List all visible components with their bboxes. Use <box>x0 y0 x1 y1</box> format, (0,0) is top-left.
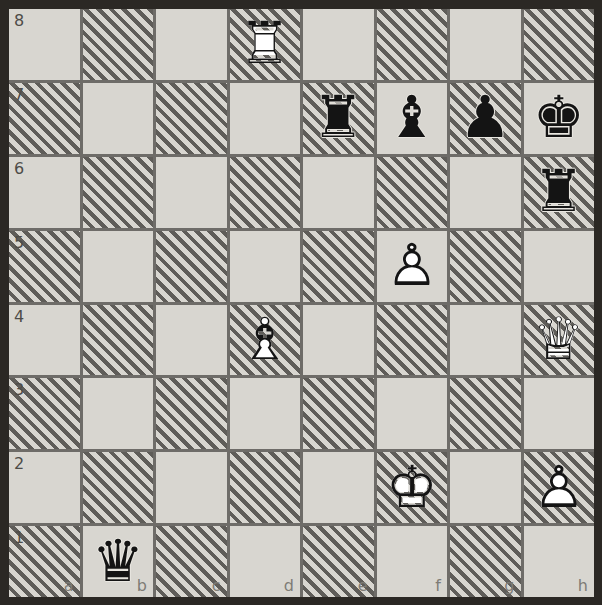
square-b2[interactable] <box>83 452 154 523</box>
square-c6[interactable] <box>156 157 227 228</box>
square-h7[interactable]: ♚ <box>524 83 595 154</box>
square-a7[interactable]: 7 <box>9 83 80 154</box>
piece-outline: ♙ <box>533 458 585 516</box>
square-f7[interactable]: ♝ <box>377 83 448 154</box>
square-h3[interactable] <box>524 378 595 449</box>
square-g4[interactable] <box>450 305 521 376</box>
square-d7[interactable] <box>230 83 301 154</box>
white-rook[interactable]: ♜♖ <box>235 13 295 75</box>
square-e8[interactable] <box>303 9 374 80</box>
square-c4[interactable] <box>156 305 227 376</box>
square-a2[interactable]: 2 <box>9 452 80 523</box>
square-g5[interactable] <box>450 231 521 302</box>
piece-outline: ♔ <box>386 458 438 516</box>
square-f6[interactable] <box>377 157 448 228</box>
piece-outline: ♗ <box>239 310 291 368</box>
square-g7[interactable]: ♟ <box>450 83 521 154</box>
rank-label-4: 4 <box>14 307 24 326</box>
square-g6[interactable] <box>450 157 521 228</box>
square-g3[interactable] <box>450 378 521 449</box>
piece-outline: ♖ <box>239 14 291 72</box>
file-label-g: g <box>504 576 514 595</box>
square-h4[interactable]: ♛♕ <box>524 305 595 376</box>
square-a3[interactable]: 3 <box>9 378 80 449</box>
square-b8[interactable] <box>83 9 154 80</box>
square-d4[interactable]: ♝♗ <box>230 305 301 376</box>
chess-board: 8♜♖7♜♝♟♚6♜5♟♙4♝♗♛♕32♚♔♟♙1ab♛cdefgh <box>9 9 594 597</box>
board-frame: 8♜♖7♜♝♟♚6♜5♟♙4♝♗♛♕32♚♔♟♙1ab♛cdefgh <box>0 0 602 605</box>
file-label-c: c <box>212 576 221 595</box>
square-e6[interactable] <box>303 157 374 228</box>
square-f4[interactable] <box>377 305 448 376</box>
square-h6[interactable]: ♜ <box>524 157 595 228</box>
white-queen[interactable]: ♛♕ <box>529 309 589 371</box>
black-bishop[interactable]: ♝ <box>382 87 442 149</box>
rank-label-2: 2 <box>14 454 24 473</box>
square-a6[interactable]: 6 <box>9 157 80 228</box>
square-a4[interactable]: 4 <box>9 305 80 376</box>
piece-glyph: ♛ <box>92 531 144 589</box>
square-b1[interactable]: b♛ <box>83 526 154 597</box>
white-pawn[interactable]: ♟♙ <box>382 235 442 297</box>
square-c7[interactable] <box>156 83 227 154</box>
file-label-a: a <box>64 576 74 595</box>
black-pawn[interactable]: ♟ <box>455 87 515 149</box>
square-b4[interactable] <box>83 305 154 376</box>
square-h2[interactable]: ♟♙ <box>524 452 595 523</box>
square-d8[interactable]: ♜♖ <box>230 9 301 80</box>
square-a1[interactable]: 1a <box>9 526 80 597</box>
square-a8[interactable]: 8 <box>9 9 80 80</box>
piece-glyph: ♜ <box>312 88 364 146</box>
square-d1[interactable]: d <box>230 526 301 597</box>
black-rook[interactable]: ♜ <box>308 87 368 149</box>
white-pawn[interactable]: ♟♙ <box>529 457 589 519</box>
square-f3[interactable] <box>377 378 448 449</box>
square-c2[interactable] <box>156 452 227 523</box>
square-a5[interactable]: 5 <box>9 231 80 302</box>
square-c1[interactable]: c <box>156 526 227 597</box>
square-c8[interactable] <box>156 9 227 80</box>
square-c3[interactable] <box>156 378 227 449</box>
white-king[interactable]: ♚♔ <box>382 457 442 519</box>
square-g1[interactable]: g <box>450 526 521 597</box>
square-b3[interactable] <box>83 378 154 449</box>
square-f1[interactable]: f <box>377 526 448 597</box>
square-d2[interactable] <box>230 452 301 523</box>
white-bishop[interactable]: ♝♗ <box>235 309 295 371</box>
square-e7[interactable]: ♜ <box>303 83 374 154</box>
piece-outline: ♙ <box>386 236 438 294</box>
square-g8[interactable] <box>450 9 521 80</box>
square-e3[interactable] <box>303 378 374 449</box>
file-label-h: h <box>578 576 588 595</box>
square-e2[interactable] <box>303 452 374 523</box>
rank-label-1: 1 <box>14 528 24 547</box>
file-label-d: d <box>284 576 294 595</box>
rank-label-7: 7 <box>14 85 24 104</box>
rank-label-8: 8 <box>14 11 24 30</box>
square-c5[interactable] <box>156 231 227 302</box>
rank-label-3: 3 <box>14 380 24 399</box>
square-g2[interactable] <box>450 452 521 523</box>
black-queen[interactable]: ♛ <box>88 531 148 593</box>
square-b7[interactable] <box>83 83 154 154</box>
rank-label-5: 5 <box>14 233 24 252</box>
piece-glyph: ♟ <box>459 88 511 146</box>
piece-glyph: ♝ <box>386 88 438 146</box>
square-f8[interactable] <box>377 9 448 80</box>
black-rook[interactable]: ♜ <box>529 161 589 223</box>
black-king[interactable]: ♚ <box>529 87 589 149</box>
piece-outline: ♕ <box>533 310 585 368</box>
square-h1[interactable]: h <box>524 526 595 597</box>
piece-glyph: ♚ <box>533 88 585 146</box>
square-b5[interactable] <box>83 231 154 302</box>
square-e4[interactable] <box>303 305 374 376</box>
square-e1[interactable]: e <box>303 526 374 597</box>
rank-label-6: 6 <box>14 159 24 178</box>
file-label-f: f <box>435 576 441 595</box>
square-f2[interactable]: ♚♔ <box>377 452 448 523</box>
square-h8[interactable] <box>524 9 595 80</box>
square-f5[interactable]: ♟♙ <box>377 231 448 302</box>
square-b6[interactable] <box>83 157 154 228</box>
piece-glyph: ♜ <box>533 162 585 220</box>
square-d5[interactable] <box>230 231 301 302</box>
square-d6[interactable] <box>230 157 301 228</box>
square-d3[interactable] <box>230 378 301 449</box>
square-h5[interactable] <box>524 231 595 302</box>
file-label-e: e <box>358 576 368 595</box>
square-e5[interactable] <box>303 231 374 302</box>
